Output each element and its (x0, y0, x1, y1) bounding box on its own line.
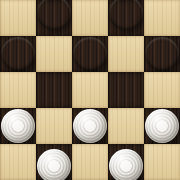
square-r4c3[interactable] (72, 108, 108, 144)
white-piece[interactable] (1, 109, 35, 143)
game-screenshot (0, 0, 180, 180)
square-r3c4[interactable] (108, 72, 144, 108)
square-r3c3 (72, 72, 108, 108)
square-r5c3 (72, 144, 108, 180)
square-r2c5[interactable] (144, 36, 180, 72)
black-piece[interactable] (145, 37, 179, 71)
checkers-board (0, 0, 180, 180)
white-piece[interactable] (73, 109, 107, 143)
black-piece[interactable] (73, 37, 107, 71)
square-r1c1 (0, 0, 36, 36)
square-r1c2[interactable] (36, 0, 72, 36)
white-piece[interactable] (37, 149, 71, 180)
square-r4c5[interactable] (144, 108, 180, 144)
square-r5c1 (0, 144, 36, 180)
square-r1c5 (144, 0, 180, 36)
black-piece[interactable] (109, 0, 143, 30)
square-r4c2 (36, 108, 72, 144)
square-r1c4[interactable] (108, 0, 144, 36)
square-r3c1 (0, 72, 36, 108)
square-r4c1[interactable] (0, 108, 36, 144)
white-piece[interactable] (109, 149, 143, 180)
white-piece[interactable] (145, 109, 179, 143)
black-piece[interactable] (37, 0, 71, 30)
square-r4c4 (108, 108, 144, 144)
square-r5c4[interactable] (108, 144, 144, 180)
square-r3c5 (144, 72, 180, 108)
square-r5c5 (144, 144, 180, 180)
square-r2c3[interactable] (72, 36, 108, 72)
square-r5c2[interactable] (36, 144, 72, 180)
black-piece[interactable] (1, 37, 35, 71)
square-r1c3 (72, 0, 108, 36)
square-r2c2 (36, 36, 72, 72)
square-r3c2[interactable] (36, 72, 72, 108)
square-r2c1[interactable] (0, 36, 36, 72)
square-r2c4 (108, 36, 144, 72)
